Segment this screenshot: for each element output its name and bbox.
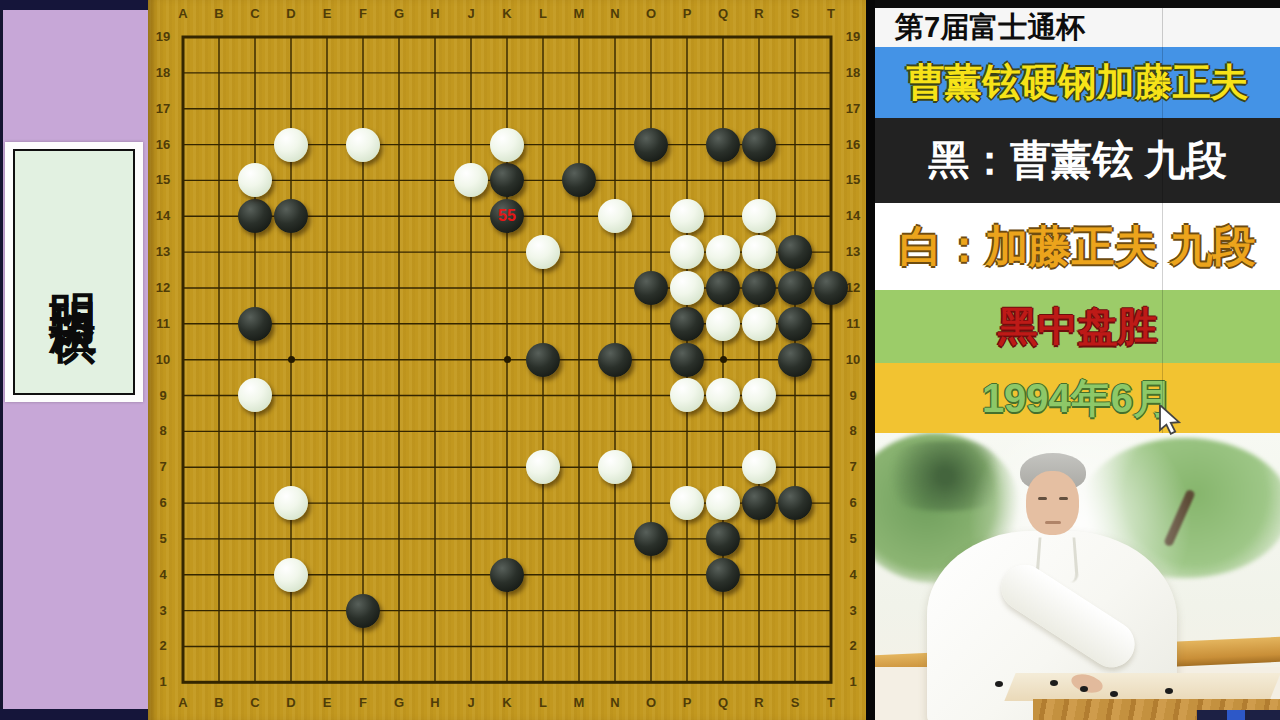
sidebar-top-band: [0, 0, 148, 10]
stone-white-C9: [238, 378, 272, 412]
headline-banner: 曹薰铉硬钢加藤正夫: [875, 47, 1280, 118]
stone-white-N7: [598, 450, 632, 484]
left-edge-band: [0, 0, 3, 720]
stone-black-P11: [670, 307, 704, 341]
stone-white-P6: [670, 486, 704, 520]
goban-top-surface: [1004, 673, 1280, 701]
stone-black-Q5: [706, 522, 740, 556]
stone-white-P13: [670, 235, 704, 269]
stone-black-M15: [562, 163, 596, 197]
stone-white-R14: [742, 199, 776, 233]
stone-black-R16: [742, 128, 776, 162]
photo-go-stone: [1165, 688, 1173, 694]
stone-black-L10: [526, 343, 560, 377]
stone-black-S11: [778, 307, 812, 341]
stone-black-O16: [634, 128, 668, 162]
stone-black-S10: [778, 343, 812, 377]
stone-black-S6: [778, 486, 812, 520]
stone-black-Q4: [706, 558, 740, 592]
star-point-Q10: [720, 356, 727, 363]
last-move-number: 55: [490, 199, 524, 233]
stone-black-Q16: [706, 128, 740, 162]
stone-white-L7: [526, 450, 560, 484]
photo-go-stone: [1080, 686, 1088, 692]
player-mouth: [1045, 521, 1061, 524]
player-eye-right: [1059, 497, 1068, 500]
channel-title-frame: 明玥谈棋: [13, 149, 135, 395]
white-player-banner: 白：加藤正夫 九段: [875, 203, 1280, 290]
star-point-D10: [288, 356, 295, 363]
stone-white-P9: [670, 378, 704, 412]
stone-black-O5: [634, 522, 668, 556]
stone-white-D6: [274, 486, 308, 520]
stone-black-R12: [742, 271, 776, 305]
player-face: [1026, 471, 1079, 535]
stone-white-R7: [742, 450, 776, 484]
stone-white-L13: [526, 235, 560, 269]
stone-black-C14: [238, 199, 272, 233]
result-banner: 黑中盘胜: [875, 290, 1280, 363]
stone-black-K14: 55: [490, 199, 524, 233]
stone-white-K16: [490, 128, 524, 162]
stone-black-F3: [346, 594, 380, 628]
stone-white-J15: [454, 163, 488, 197]
stone-white-R13: [742, 235, 776, 269]
stone-white-R11: [742, 307, 776, 341]
mouse-cursor: [1158, 405, 1182, 435]
stone-white-F16: [346, 128, 380, 162]
page: 明玥谈棋 ABCDEFGHJKLMNOPQRST ABCDEFGHJKLMNOP…: [0, 0, 1280, 720]
stone-white-Q11: [706, 307, 740, 341]
stone-white-Q13: [706, 235, 740, 269]
stone-black-R6: [742, 486, 776, 520]
player-eye-left: [1038, 497, 1047, 500]
stone-white-N14: [598, 199, 632, 233]
star-point-K10: [504, 356, 511, 363]
stone-black-K15: [490, 163, 524, 197]
channel-title: 明玥谈棋: [51, 256, 98, 288]
photo-go-stone: [1110, 691, 1118, 697]
stone-black-Q12: [706, 271, 740, 305]
board-panel-divider: [866, 0, 875, 720]
stone-white-P12: [670, 271, 704, 305]
stone-white-P14: [670, 199, 704, 233]
panel-top-band: [875, 0, 1280, 8]
stone-white-R9: [742, 378, 776, 412]
photo-go-stone: [1050, 680, 1058, 686]
panel-seam-line: [1162, 8, 1163, 433]
stone-white-Q6: [706, 486, 740, 520]
stone-black-D14: [274, 199, 308, 233]
stone-white-D4: [274, 558, 308, 592]
stone-black-C11: [238, 307, 272, 341]
black-player-banner: 黑：曹薰铉 九段: [875, 118, 1280, 203]
info-panel: 第7届富士通杯 曹薰铉硬钢加藤正夫 黑：曹薰铉 九段 白：加藤正夫 九段 黑中盘…: [875, 0, 1280, 720]
stone-black-P10: [670, 343, 704, 377]
photo-go-stone: [995, 681, 1003, 687]
sidebar-bottom-band: [0, 709, 148, 720]
date-banner: 1994年6月: [875, 363, 1280, 433]
event-banner: 第7届富士通杯: [875, 8, 1280, 47]
stone-white-Q9: [706, 378, 740, 412]
stone-white-D16: [274, 128, 308, 162]
go-board: ABCDEFGHJKLMNOPQRST ABCDEFGHJKLMNOPQRST …: [148, 0, 866, 720]
stone-black-O12: [634, 271, 668, 305]
left-sidebar: 明玥谈棋: [0, 0, 148, 720]
stone-black-S13: [778, 235, 812, 269]
stone-white-C15: [238, 163, 272, 197]
stone-black-K4: [490, 558, 524, 592]
stones-grid: 55: [165, 19, 849, 700]
video-overlay-artifact-blue: [1227, 710, 1245, 720]
stone-black-N10: [598, 343, 632, 377]
stone-black-S12: [778, 271, 812, 305]
player-photo: [875, 433, 1280, 720]
stone-black-T12: [814, 271, 848, 305]
channel-title-card: 明玥谈棋: [5, 142, 143, 402]
